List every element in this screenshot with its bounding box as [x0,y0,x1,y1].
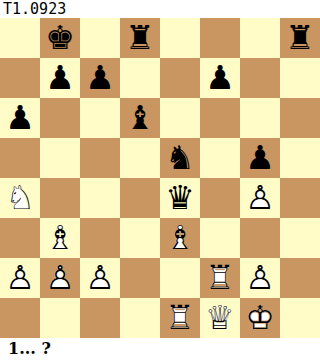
square-h3[interactable] [280,218,320,258]
square-c7[interactable]: ♟ [80,58,120,98]
puzzle-id: T1.0923 [3,0,66,18]
square-f3[interactable] [200,218,240,258]
tactics-puzzle-page: T1.0923 ♚♜♜♟♟♟♟♝♞♟♞♘♛♟♙♝♗♝♗♟♙♟♙♟♙♜♖♟♙♜♖♛… [0,0,320,360]
piece-bK[interactable]: ♚ [40,18,80,58]
move-prompt: 1... ? [8,338,51,360]
white-piece-outline: ♗ [160,218,200,258]
square-f2[interactable]: ♜♖ [200,258,240,298]
white-piece-outline: ♖ [200,258,240,298]
square-h6[interactable] [280,98,320,138]
piece-bR[interactable]: ♜ [280,18,320,58]
square-c2[interactable]: ♟♙ [80,258,120,298]
piece-wQ[interactable]: ♛♕ [200,298,240,338]
piece-wB[interactable]: ♝♗ [160,218,200,258]
square-f6[interactable] [200,98,240,138]
square-g1[interactable]: ♚♔ [240,298,280,338]
white-piece-outline: ♗ [40,218,80,258]
square-d4[interactable] [120,178,160,218]
piece-wR[interactable]: ♜♖ [160,298,200,338]
square-d7[interactable] [120,58,160,98]
square-e1[interactable]: ♜♖ [160,298,200,338]
square-c8[interactable] [80,18,120,58]
square-h5[interactable] [280,138,320,178]
square-d1[interactable] [120,298,160,338]
white-piece-outline: ♙ [80,258,120,298]
square-d6[interactable]: ♝ [120,98,160,138]
square-g7[interactable] [240,58,280,98]
square-g3[interactable] [240,218,280,258]
square-h4[interactable] [280,178,320,218]
piece-bP[interactable]: ♟ [40,58,80,98]
square-a8[interactable] [0,18,40,58]
piece-bP[interactable]: ♟ [200,58,240,98]
piece-bR[interactable]: ♜ [120,18,160,58]
square-c5[interactable] [80,138,120,178]
square-g2[interactable]: ♟♙ [240,258,280,298]
square-b1[interactable] [40,298,80,338]
square-c4[interactable] [80,178,120,218]
white-piece-outline: ♙ [40,258,80,298]
square-h8[interactable]: ♜ [280,18,320,58]
square-e4[interactable]: ♛ [160,178,200,218]
square-e5[interactable]: ♞ [160,138,200,178]
piece-wK[interactable]: ♚♔ [240,298,280,338]
square-h2[interactable] [280,258,320,298]
square-a2[interactable]: ♟♙ [0,258,40,298]
piece-wB[interactable]: ♝♗ [40,218,80,258]
white-piece-outline: ♙ [240,178,280,218]
square-e2[interactable] [160,258,200,298]
piece-wN[interactable]: ♞♘ [0,178,40,218]
square-h1[interactable] [280,298,320,338]
square-e7[interactable] [160,58,200,98]
square-f4[interactable] [200,178,240,218]
square-g8[interactable] [240,18,280,58]
piece-wP[interactable]: ♟♙ [240,178,280,218]
square-f7[interactable]: ♟ [200,58,240,98]
piece-bP[interactable]: ♟ [0,98,40,138]
piece-bQ[interactable]: ♛ [160,178,200,218]
piece-bP[interactable]: ♟ [80,58,120,98]
piece-wR[interactable]: ♜♖ [200,258,240,298]
piece-wP[interactable]: ♟♙ [40,258,80,298]
square-g4[interactable]: ♟♙ [240,178,280,218]
white-piece-outline: ♔ [240,298,280,338]
square-c6[interactable] [80,98,120,138]
square-b7[interactable]: ♟ [40,58,80,98]
square-c1[interactable] [80,298,120,338]
square-b5[interactable] [40,138,80,178]
square-a1[interactable] [0,298,40,338]
square-h7[interactable] [280,58,320,98]
square-d2[interactable] [120,258,160,298]
white-piece-outline: ♕ [200,298,240,338]
piece-wP[interactable]: ♟♙ [0,258,40,298]
square-a6[interactable]: ♟ [0,98,40,138]
white-piece-outline: ♘ [0,178,40,218]
chess-board: ♚♜♜♟♟♟♟♝♞♟♞♘♛♟♙♝♗♝♗♟♙♟♙♟♙♜♖♟♙♜♖♛♕♚♔ [0,18,320,338]
square-a4[interactable]: ♞♘ [0,178,40,218]
square-e3[interactable]: ♝♗ [160,218,200,258]
square-g5[interactable]: ♟ [240,138,280,178]
square-d8[interactable]: ♜ [120,18,160,58]
square-a5[interactable] [0,138,40,178]
white-piece-outline: ♙ [240,258,280,298]
square-a7[interactable] [0,58,40,98]
square-b6[interactable] [40,98,80,138]
square-b4[interactable] [40,178,80,218]
square-g6[interactable] [240,98,280,138]
piece-wP[interactable]: ♟♙ [80,258,120,298]
square-a3[interactable] [0,218,40,258]
white-piece-outline: ♖ [160,298,200,338]
square-b3[interactable]: ♝♗ [40,218,80,258]
piece-wP[interactable]: ♟♙ [240,258,280,298]
square-f8[interactable] [200,18,240,58]
square-b8[interactable]: ♚ [40,18,80,58]
square-f5[interactable] [200,138,240,178]
square-c3[interactable] [80,218,120,258]
square-d3[interactable] [120,218,160,258]
square-f1[interactable]: ♛♕ [200,298,240,338]
piece-bP[interactable]: ♟ [240,138,280,178]
piece-bN[interactable]: ♞ [160,138,200,178]
square-e8[interactable] [160,18,200,58]
white-piece-outline: ♙ [0,258,40,298]
square-d5[interactable] [120,138,160,178]
piece-bB[interactable]: ♝ [120,98,160,138]
square-e6[interactable] [160,98,200,138]
square-b2[interactable]: ♟♙ [40,258,80,298]
